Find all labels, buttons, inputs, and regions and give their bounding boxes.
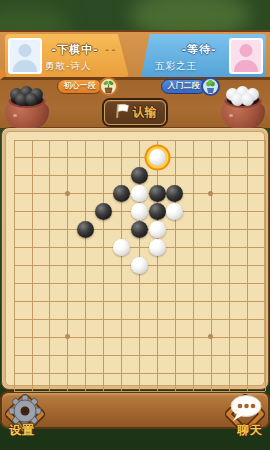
grid-line-horizontal bbox=[14, 391, 266, 392]
player-name: 五彩之王 bbox=[155, 60, 197, 73]
white-stone bbox=[166, 203, 183, 220]
black-stone bbox=[131, 221, 148, 238]
resign-button[interactable]: 认输 bbox=[104, 100, 166, 125]
player-status: -等待- bbox=[163, 42, 235, 57]
star-point bbox=[65, 191, 70, 196]
star-point bbox=[208, 334, 213, 339]
chat-label: 聊天 bbox=[224, 422, 270, 439]
black-stone bbox=[95, 203, 112, 220]
white-stone bbox=[113, 239, 130, 256]
black-stone bbox=[166, 185, 183, 202]
board-grid bbox=[14, 140, 265, 392]
player-status: -下棋中- bbox=[44, 42, 106, 57]
rank-badge-left: 初心一段 bbox=[57, 79, 102, 94]
grid-line-horizontal bbox=[14, 301, 266, 302]
rank-badge-right: 入门二段 bbox=[161, 79, 206, 94]
grid-line-horizontal bbox=[14, 319, 266, 320]
avatar-silhouette bbox=[10, 40, 40, 72]
grid-line-vertical bbox=[157, 140, 158, 392]
white-stone bbox=[131, 203, 148, 220]
panel-edge-accent bbox=[0, 68, 7, 80]
black-stone bbox=[131, 167, 148, 184]
avatar-silhouette bbox=[231, 40, 261, 72]
grid-line-vertical bbox=[211, 140, 212, 392]
player-card-left: -下棋中- -- 勇敢-诗人 bbox=[5, 34, 129, 77]
plant-icon bbox=[99, 77, 118, 96]
black-stone bbox=[149, 203, 166, 220]
grid-line-vertical bbox=[265, 140, 266, 392]
grid-line-horizontal bbox=[14, 355, 266, 356]
avatar[interactable] bbox=[8, 38, 42, 74]
settings-label: 设置 bbox=[0, 422, 48, 439]
grid-line-vertical bbox=[247, 140, 248, 392]
resign-label: 认输 bbox=[133, 104, 157, 121]
star-point bbox=[65, 334, 70, 339]
black-stone-bowl bbox=[5, 92, 49, 130]
white-stone-last-move bbox=[149, 149, 166, 166]
star-point bbox=[208, 191, 213, 196]
grid-line-vertical bbox=[193, 140, 194, 392]
black-stone bbox=[77, 221, 94, 238]
board-surface[interactable] bbox=[5, 131, 265, 386]
grid-line-horizontal bbox=[14, 283, 266, 284]
white-stone bbox=[149, 239, 166, 256]
white-stone bbox=[149, 221, 166, 238]
black-stone bbox=[113, 185, 130, 202]
plant-icon bbox=[201, 77, 220, 96]
player-name: 勇敢-诗人 bbox=[45, 60, 91, 73]
grid-line-vertical bbox=[229, 140, 230, 392]
flag-icon bbox=[114, 103, 131, 123]
grid-line-horizontal bbox=[14, 337, 266, 338]
white-stone bbox=[131, 257, 148, 274]
settings-button[interactable]: 设置 bbox=[2, 394, 54, 446]
gomoku-board[interactable] bbox=[1, 127, 269, 390]
grid-line-horizontal bbox=[14, 373, 266, 374]
chat-button[interactable]: 聊天 bbox=[216, 394, 268, 446]
black-stone bbox=[149, 185, 166, 202]
player-card-right: -等待- 五彩之王 bbox=[141, 34, 266, 77]
white-stone bbox=[131, 185, 148, 202]
white-stone-bowl bbox=[221, 92, 265, 130]
decor-dashes: -- bbox=[105, 44, 117, 55]
grid-line-vertical bbox=[175, 140, 176, 392]
game-screen: -下棋中- -- 勇敢-诗人 -等待- 五彩之王 初心一段 入门二段 bbox=[0, 0, 270, 450]
